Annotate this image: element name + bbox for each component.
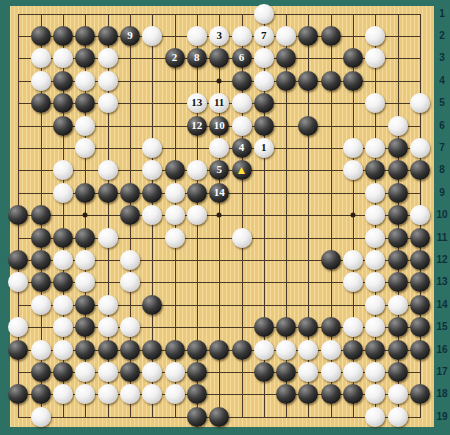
white-stone (75, 138, 95, 158)
row-label-6: 6 (434, 120, 450, 131)
black-stone (209, 407, 229, 427)
white-stone (388, 295, 408, 315)
white-stone (31, 48, 51, 68)
black-stone (142, 340, 162, 360)
white-stone (142, 160, 162, 180)
black-stone (31, 272, 51, 292)
row-label-7: 7 (434, 142, 450, 153)
row-label-17: 17 (434, 366, 450, 377)
black-stone (410, 272, 430, 292)
white-stone (120, 317, 140, 337)
white-stone (8, 272, 28, 292)
black-stone (53, 93, 73, 113)
white-stone (98, 362, 118, 382)
black-stone (276, 48, 296, 68)
black-stone (321, 26, 341, 46)
white-stone (187, 160, 207, 180)
star-point (217, 78, 222, 83)
white-stone (410, 205, 430, 225)
white-stone (75, 272, 95, 292)
white-stone (343, 362, 363, 382)
white-stone (365, 93, 385, 113)
white-stone (75, 362, 95, 382)
white-stone (343, 272, 363, 292)
star-point (83, 213, 88, 218)
white-stone (298, 362, 318, 382)
white-stone (8, 317, 28, 337)
row-label-3: 3 (434, 52, 450, 63)
white-stone (232, 26, 252, 46)
white-stone (142, 205, 162, 225)
black-stone (31, 228, 51, 248)
black-stone (298, 384, 318, 404)
black-stone (410, 250, 430, 270)
row-label-9: 9 (434, 187, 450, 198)
white-stone (165, 183, 185, 203)
black-stone (410, 228, 430, 248)
black-stone (8, 340, 28, 360)
black-stone (388, 317, 408, 337)
black-stone (388, 183, 408, 203)
black-stone (388, 138, 408, 158)
black-stone (31, 26, 51, 46)
white-stone (388, 407, 408, 427)
black-stone (187, 407, 207, 427)
white-stone (343, 250, 363, 270)
black-stone (53, 116, 73, 136)
white-stone (120, 384, 140, 404)
black-stone (321, 384, 341, 404)
black-stone (276, 384, 296, 404)
white-stone (343, 317, 363, 337)
go-board[interactable]: 1234567891011121314▲ (10, 6, 434, 427)
black-stone (75, 93, 95, 113)
white-stone (254, 138, 274, 158)
black-stone (142, 295, 162, 315)
black-stone (232, 138, 252, 158)
black-stone (388, 228, 408, 248)
white-stone (365, 26, 385, 46)
white-stone (410, 93, 430, 113)
black-stone (232, 48, 252, 68)
black-stone (31, 250, 51, 270)
row-label-2: 2 (434, 30, 450, 41)
black-stone (209, 183, 229, 203)
white-stone (298, 340, 318, 360)
white-stone (53, 183, 73, 203)
white-stone (53, 340, 73, 360)
go-diagram-frame: 1234567891011121314▲ 1234567891011121314… (0, 0, 450, 435)
white-stone (53, 48, 73, 68)
white-stone (98, 48, 118, 68)
black-stone (254, 116, 274, 136)
row-label-18: 18 (434, 388, 450, 399)
white-stone (142, 362, 162, 382)
black-stone (388, 272, 408, 292)
white-stone (165, 384, 185, 404)
row-label-16: 16 (434, 344, 450, 355)
row-label-4: 4 (434, 75, 450, 86)
black-stone (187, 340, 207, 360)
white-stone (187, 26, 207, 46)
white-stone (165, 228, 185, 248)
black-stone (31, 205, 51, 225)
black-stone (388, 340, 408, 360)
white-stone (343, 160, 363, 180)
white-stone (209, 93, 229, 113)
row-label-8: 8 (434, 164, 450, 175)
white-stone (165, 362, 185, 382)
white-stone (75, 384, 95, 404)
white-stone (232, 93, 252, 113)
white-stone (98, 228, 118, 248)
black-stone (53, 362, 73, 382)
white-stone (365, 295, 385, 315)
white-stone (98, 384, 118, 404)
row-label-19: 19 (434, 411, 450, 422)
black-stone (298, 71, 318, 91)
white-stone (254, 4, 274, 24)
black-stone (254, 317, 274, 337)
white-stone (187, 93, 207, 113)
black-stone (8, 384, 28, 404)
black-stone (120, 340, 140, 360)
white-stone (75, 71, 95, 91)
black-stone (120, 205, 140, 225)
black-stone (254, 93, 274, 113)
black-stone (276, 362, 296, 382)
white-stone (388, 384, 408, 404)
white-stone (53, 384, 73, 404)
row-label-14: 14 (434, 299, 450, 310)
black-stone (75, 317, 95, 337)
white-stone (120, 272, 140, 292)
black-stone (209, 116, 229, 136)
white-stone (98, 317, 118, 337)
black-stone (321, 71, 341, 91)
black-stone (365, 340, 385, 360)
white-stone (276, 26, 296, 46)
white-stone (365, 384, 385, 404)
white-stone (365, 272, 385, 292)
white-stone (75, 250, 95, 270)
black-stone (298, 116, 318, 136)
black-stone (75, 340, 95, 360)
black-stone (165, 48, 185, 68)
black-stone (75, 228, 95, 248)
black-stone (8, 205, 28, 225)
white-stone (365, 183, 385, 203)
black-stone (209, 160, 229, 180)
white-stone (365, 407, 385, 427)
black-stone (98, 340, 118, 360)
black-stone (187, 362, 207, 382)
white-stone (53, 250, 73, 270)
black-stone (388, 362, 408, 382)
black-stone (343, 384, 363, 404)
black-stone (75, 26, 95, 46)
white-stone (365, 205, 385, 225)
black-stone (410, 384, 430, 404)
black-stone (388, 160, 408, 180)
black-stone (298, 26, 318, 46)
white-stone (53, 317, 73, 337)
white-stone (365, 250, 385, 270)
white-stone (365, 317, 385, 337)
white-stone (254, 340, 274, 360)
black-stone (209, 48, 229, 68)
white-stone (410, 138, 430, 158)
black-stone (298, 317, 318, 337)
white-stone (209, 26, 229, 46)
row-label-10: 10 (434, 209, 450, 220)
row-label-5: 5 (434, 97, 450, 108)
black-stone (343, 71, 363, 91)
black-stone (388, 205, 408, 225)
black-stone (321, 317, 341, 337)
white-stone (321, 362, 341, 382)
black-stone (53, 228, 73, 248)
black-stone (120, 183, 140, 203)
white-stone (31, 71, 51, 91)
black-stone (232, 71, 252, 91)
white-stone (53, 295, 73, 315)
black-stone (53, 26, 73, 46)
white-stone (321, 340, 341, 360)
black-stone (53, 272, 73, 292)
star-point (217, 213, 222, 218)
black-stone (31, 362, 51, 382)
black-stone (165, 340, 185, 360)
white-stone (187, 205, 207, 225)
black-stone (410, 295, 430, 315)
black-stone (31, 93, 51, 113)
white-stone (209, 138, 229, 158)
white-stone (388, 116, 408, 136)
black-stone (410, 317, 430, 337)
white-stone (142, 138, 162, 158)
row-label-13: 13 (434, 276, 450, 287)
white-stone (98, 295, 118, 315)
white-stone (53, 160, 73, 180)
black-stone (276, 317, 296, 337)
black-stone (232, 160, 252, 180)
black-stone (53, 71, 73, 91)
white-stone (31, 295, 51, 315)
black-stone (343, 48, 363, 68)
star-point (351, 213, 356, 218)
black-stone (98, 26, 118, 46)
white-stone (276, 340, 296, 360)
black-stone (410, 160, 430, 180)
black-stone (98, 183, 118, 203)
black-stone (142, 183, 162, 203)
white-stone (254, 48, 274, 68)
black-stone (343, 340, 363, 360)
white-stone (365, 362, 385, 382)
black-stone (232, 340, 252, 360)
black-stone (120, 26, 140, 46)
row-label-12: 12 (434, 254, 450, 265)
black-stone (120, 362, 140, 382)
white-stone (365, 48, 385, 68)
black-stone (75, 295, 95, 315)
black-stone (187, 48, 207, 68)
white-stone (365, 138, 385, 158)
black-stone (8, 250, 28, 270)
white-stone (31, 407, 51, 427)
black-stone (321, 250, 341, 270)
white-stone (165, 205, 185, 225)
black-stone (254, 362, 274, 382)
white-stone (232, 228, 252, 248)
black-stone (187, 384, 207, 404)
white-stone (142, 384, 162, 404)
white-stone (75, 116, 95, 136)
row-label-15: 15 (434, 321, 450, 332)
row-label-11: 11 (434, 232, 450, 243)
white-stone (365, 228, 385, 248)
black-stone (410, 340, 430, 360)
black-stone (187, 183, 207, 203)
row-label-1: 1 (434, 8, 450, 19)
black-stone (75, 183, 95, 203)
black-stone (75, 48, 95, 68)
black-stone (388, 250, 408, 270)
black-stone (165, 160, 185, 180)
white-stone (254, 71, 274, 91)
black-stone (187, 116, 207, 136)
white-stone (254, 26, 274, 46)
white-stone (142, 26, 162, 46)
black-stone (365, 160, 385, 180)
white-stone (98, 93, 118, 113)
white-stone (120, 250, 140, 270)
black-stone (31, 384, 51, 404)
white-stone (98, 160, 118, 180)
white-stone (232, 116, 252, 136)
white-stone (98, 71, 118, 91)
white-stone (31, 340, 51, 360)
black-stone (209, 340, 229, 360)
white-stone (343, 138, 363, 158)
black-stone (276, 71, 296, 91)
